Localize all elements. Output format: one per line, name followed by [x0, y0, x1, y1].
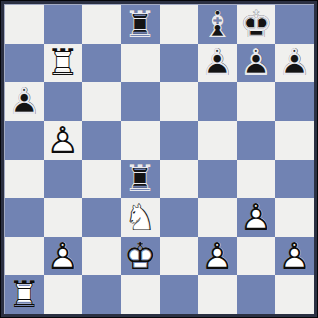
- rook-glyph-outline: ♖: [44, 44, 83, 83]
- rook-glyph-outline: ♖: [121, 160, 160, 199]
- pawn-glyph-outline: ♙: [5, 82, 44, 121]
- square-b5[interactable]: ♟♙: [44, 121, 83, 160]
- square-c1[interactable]: [82, 275, 121, 314]
- bishop-glyph-outline: ♗: [198, 5, 237, 44]
- square-a7[interactable]: [5, 44, 44, 83]
- pawn-glyph-fill: ♟: [44, 121, 83, 160]
- square-a8[interactable]: [5, 5, 44, 44]
- square-h2[interactable]: ♟♙: [275, 237, 314, 276]
- square-a6[interactable]: ♟♙: [5, 82, 44, 121]
- square-f6[interactable]: [198, 82, 237, 121]
- square-c3[interactable]: [82, 198, 121, 237]
- square-g4[interactable]: [237, 160, 276, 199]
- square-b6[interactable]: [44, 82, 83, 121]
- square-f3[interactable]: [198, 198, 237, 237]
- black-pawn[interactable]: ♟♙: [237, 44, 276, 83]
- king-glyph-outline: ♔: [237, 5, 276, 44]
- square-g7[interactable]: ♟♙: [237, 44, 276, 83]
- square-d3[interactable]: ♞♘: [121, 198, 160, 237]
- square-f7[interactable]: ♟♙: [198, 44, 237, 83]
- white-knight[interactable]: ♞♘: [121, 198, 160, 237]
- square-h4[interactable]: [275, 160, 314, 199]
- king-glyph-fill: ♚: [237, 5, 276, 44]
- square-a5[interactable]: [5, 121, 44, 160]
- square-c7[interactable]: [82, 44, 121, 83]
- pawn-glyph-outline: ♙: [44, 237, 83, 276]
- square-e8[interactable]: [160, 5, 199, 44]
- square-d2[interactable]: ♚♔: [121, 237, 160, 276]
- square-f4[interactable]: [198, 160, 237, 199]
- white-pawn[interactable]: ♟♙: [237, 198, 276, 237]
- black-pawn[interactable]: ♟♙: [5, 82, 44, 121]
- pawn-glyph-fill: ♟: [237, 44, 276, 83]
- square-d4[interactable]: ♜♖: [121, 160, 160, 199]
- square-h6[interactable]: [275, 82, 314, 121]
- square-a1[interactable]: ♜♖: [5, 275, 44, 314]
- bishop-glyph-fill: ♝: [198, 5, 237, 44]
- pawn-glyph-outline: ♙: [275, 237, 314, 276]
- black-bishop[interactable]: ♝♗: [198, 5, 237, 44]
- square-h3[interactable]: [275, 198, 314, 237]
- rook-glyph-outline: ♖: [5, 275, 44, 314]
- white-rook[interactable]: ♜♖: [44, 44, 83, 83]
- square-h7[interactable]: ♟♙: [275, 44, 314, 83]
- knight-glyph-outline: ♘: [121, 198, 160, 237]
- square-e2[interactable]: [160, 237, 199, 276]
- square-d1[interactable]: [121, 275, 160, 314]
- square-a4[interactable]: [5, 160, 44, 199]
- square-d6[interactable]: [121, 82, 160, 121]
- white-pawn[interactable]: ♟♙: [44, 237, 83, 276]
- square-c8[interactable]: [82, 5, 121, 44]
- pawn-glyph-outline: ♙: [198, 44, 237, 83]
- white-pawn[interactable]: ♟♙: [275, 237, 314, 276]
- black-pawn[interactable]: ♟♙: [198, 44, 237, 83]
- square-e7[interactable]: [160, 44, 199, 83]
- black-rook[interactable]: ♜♖: [121, 160, 160, 199]
- square-b3[interactable]: [44, 198, 83, 237]
- square-b1[interactable]: [44, 275, 83, 314]
- square-c5[interactable]: [82, 121, 121, 160]
- rook-glyph-outline: ♖: [121, 5, 160, 44]
- rook-glyph-fill: ♜: [121, 160, 160, 199]
- square-e1[interactable]: [160, 275, 199, 314]
- black-pawn[interactable]: ♟♙: [275, 44, 314, 83]
- board-frame: ♜♖♝♗♚♔♜♖♟♙♟♙♟♙♟♙♟♙♜♖♞♘♟♙♟♙♚♔♟♙♟♙♜♖: [0, 0, 318, 318]
- pawn-glyph-fill: ♟: [5, 82, 44, 121]
- square-d8[interactable]: ♜♖: [121, 5, 160, 44]
- king-glyph-fill: ♚: [121, 237, 160, 276]
- pawn-glyph-outline: ♙: [275, 44, 314, 83]
- square-h5[interactable]: [275, 121, 314, 160]
- pawn-glyph-fill: ♟: [237, 198, 276, 237]
- white-rook[interactable]: ♜♖: [5, 275, 44, 314]
- square-b4[interactable]: [44, 160, 83, 199]
- square-a3[interactable]: [5, 198, 44, 237]
- pawn-glyph-fill: ♟: [44, 237, 83, 276]
- white-pawn[interactable]: ♟♙: [44, 121, 83, 160]
- square-a2[interactable]: [5, 237, 44, 276]
- pawn-glyph-fill: ♟: [275, 44, 314, 83]
- square-c6[interactable]: [82, 82, 121, 121]
- square-b8[interactable]: [44, 5, 83, 44]
- square-b2[interactable]: ♟♙: [44, 237, 83, 276]
- square-c4[interactable]: [82, 160, 121, 199]
- square-c2[interactable]: [82, 237, 121, 276]
- white-pawn[interactable]: ♟♙: [198, 237, 237, 276]
- rook-glyph-fill: ♜: [121, 5, 160, 44]
- king-glyph-outline: ♔: [121, 237, 160, 276]
- rook-glyph-fill: ♜: [44, 44, 83, 83]
- black-rook[interactable]: ♜♖: [121, 5, 160, 44]
- square-g5[interactable]: [237, 121, 276, 160]
- pawn-glyph-outline: ♙: [237, 44, 276, 83]
- square-e3[interactable]: [160, 198, 199, 237]
- square-b7[interactable]: ♜♖: [44, 44, 83, 83]
- pawn-glyph-fill: ♟: [198, 237, 237, 276]
- rook-glyph-fill: ♜: [5, 275, 44, 314]
- pawn-glyph-outline: ♙: [44, 121, 83, 160]
- pawn-glyph-fill: ♟: [275, 237, 314, 276]
- square-h8[interactable]: [275, 5, 314, 44]
- square-g1[interactable]: [237, 275, 276, 314]
- square-f1[interactable]: [198, 275, 237, 314]
- square-d5[interactable]: [121, 121, 160, 160]
- pawn-glyph-outline: ♙: [237, 198, 276, 237]
- pawn-glyph-fill: ♟: [198, 44, 237, 83]
- square-f5[interactable]: [198, 121, 237, 160]
- square-e6[interactable]: [160, 82, 199, 121]
- square-e4[interactable]: [160, 160, 199, 199]
- square-d7[interactable]: [121, 44, 160, 83]
- square-h1[interactable]: [275, 275, 314, 314]
- square-g8[interactable]: ♚♔: [237, 5, 276, 44]
- square-f8[interactable]: ♝♗: [198, 5, 237, 44]
- chess-board: ♜♖♝♗♚♔♜♖♟♙♟♙♟♙♟♙♟♙♜♖♞♘♟♙♟♙♚♔♟♙♟♙♜♖: [4, 4, 314, 314]
- knight-glyph-fill: ♞: [121, 198, 160, 237]
- square-e5[interactable]: [160, 121, 199, 160]
- square-g2[interactable]: [237, 237, 276, 276]
- square-g3[interactable]: ♟♙: [237, 198, 276, 237]
- square-g6[interactable]: [237, 82, 276, 121]
- pawn-glyph-outline: ♙: [198, 237, 237, 276]
- square-f2[interactable]: ♟♙: [198, 237, 237, 276]
- black-king[interactable]: ♚♔: [237, 5, 276, 44]
- white-king[interactable]: ♚♔: [121, 237, 160, 276]
